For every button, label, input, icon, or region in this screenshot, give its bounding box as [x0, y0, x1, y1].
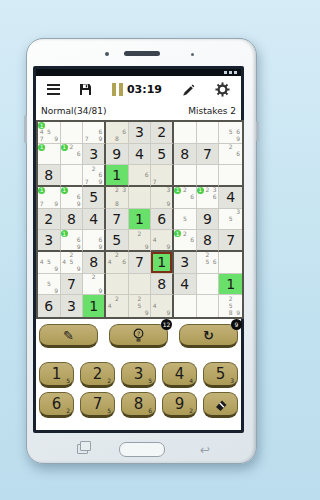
cell-digit: 1	[219, 274, 242, 295]
app-toolbar: 03:19	[36, 76, 241, 102]
bulb-icon: ?	[132, 328, 145, 343]
pencil-marks: 126	[174, 230, 196, 250]
cell-r5c8[interactable]: 9	[197, 209, 220, 231]
cell-r8c8[interactable]	[197, 274, 220, 296]
key-digit: 2	[93, 365, 103, 383]
key-digit: 1	[52, 365, 62, 383]
pencil-marks: 238	[106, 187, 128, 208]
pencil-marks: 2679	[83, 165, 104, 185]
android-status-bar	[36, 69, 241, 76]
pencil-marks: 2459	[61, 252, 83, 273]
cell-r5c7[interactable]: 5	[174, 209, 197, 231]
volume-button	[24, 115, 27, 143]
time-text: 03:19	[127, 83, 162, 96]
cell-r5c1[interactable]: 2	[38, 209, 61, 231]
cell-r5c5[interactable]: 1	[129, 209, 152, 231]
undo-button[interactable]: ↺ 9	[179, 324, 238, 348]
sudoku-grid: 1457967968325691126394587268267916717916…	[36, 120, 244, 319]
pencil-marks: 256	[197, 252, 219, 273]
svg-text:?: ?	[137, 329, 140, 336]
cell-r1c6[interactable]: 2	[151, 122, 174, 144]
cell-r7c3[interactable]: 8	[83, 252, 106, 274]
cell-r6c6[interactable]: 49	[151, 230, 174, 252]
key-placed-count: 2	[107, 377, 111, 384]
numpad-key-7[interactable]: 75	[80, 392, 115, 418]
cell-r4c4[interactable]: 238	[106, 187, 129, 209]
pencil-marks: 169	[61, 187, 83, 208]
cell-r4c9[interactable]: 4	[219, 187, 242, 209]
numpad-key-4[interactable]: 44	[162, 362, 197, 388]
cell-r4c1[interactable]: 179	[38, 187, 61, 209]
cell-digit: 8	[83, 252, 104, 273]
cell-digit: 7	[106, 209, 128, 230]
cell-r9c3[interactable]: 1	[83, 295, 106, 317]
cell-r7c4[interactable]: 246	[106, 252, 129, 274]
cell-digit: 8	[61, 209, 83, 230]
pencil-marks: 126	[174, 187, 196, 208]
cell-digit: 7	[61, 274, 83, 295]
cell-r4c6[interactable]: 39	[151, 187, 174, 209]
cell-digit: 1	[106, 165, 128, 185]
game-status-bar: Normal(34/81) Mistakes 2	[36, 102, 241, 119]
pencil-marks: 29	[129, 230, 151, 250]
recents-nav-icon[interactable]	[77, 444, 88, 454]
home-button[interactable]	[119, 442, 165, 457]
back-nav-icon[interactable]: ↩	[200, 443, 210, 457]
cell-digit: 2	[151, 122, 172, 143]
cell-r7c7[interactable]: 3	[174, 252, 197, 274]
key-digit: 3	[134, 365, 144, 383]
cell-r4c5[interactable]	[129, 187, 152, 209]
cell-r9c1[interactable]: 6	[38, 295, 61, 317]
cell-r7c9[interactable]	[219, 252, 242, 274]
cell-r9c2[interactable]: 3	[61, 295, 84, 317]
cell-digit: 1	[83, 295, 104, 317]
cell-r7c2[interactable]: 2459	[61, 252, 84, 274]
cell-r2c8[interactable]: 7	[197, 144, 220, 166]
key-digit: 6	[52, 395, 62, 413]
cell-r6c7[interactable]: 126	[174, 230, 197, 252]
cell-r4c2[interactable]: 169	[61, 187, 84, 209]
difficulty-progress: Normal(34/81)	[41, 106, 107, 116]
cell-r7c5[interactable]: 7	[129, 252, 152, 274]
cell-r1c9[interactable]: 569	[219, 122, 242, 144]
cell-r6c2[interactable]: 169	[61, 230, 84, 252]
pencil-marks: 24	[106, 295, 128, 317]
pen-icon[interactable]	[181, 82, 195, 96]
numpad-key-1[interactable]: 15	[39, 362, 74, 388]
cell-r2c5[interactable]: 4	[129, 144, 152, 166]
cell-r3c3[interactable]: 2679	[83, 165, 106, 187]
pencil-marks: 6	[129, 165, 151, 185]
numpad-key-9[interactable]: 92	[162, 392, 197, 418]
pencil-icon: ✎	[63, 328, 74, 343]
cell-r6c3[interactable]: 69	[83, 230, 106, 252]
tool-buttons: ✎ ? 12 ↺ 9	[39, 324, 238, 348]
cell-r2c3[interactable]: 3	[83, 144, 106, 166]
cell-digit: 1	[129, 209, 151, 230]
cell-r8c5[interactable]	[129, 274, 152, 296]
eraser-icon	[214, 398, 228, 411]
cell-digit: 4	[129, 144, 151, 165]
pencil-marks: 1	[38, 144, 60, 165]
cell-digit: 4	[219, 187, 242, 208]
cell-r9c6[interactable]: 49	[151, 295, 174, 317]
numpad-key-5[interactable]: 53	[203, 362, 238, 388]
cell-r5c4[interactable]: 7	[106, 209, 129, 231]
key-placed-count: 3	[230, 377, 234, 384]
cell-r1c7[interactable]	[174, 122, 197, 144]
cell-digit: 5	[151, 144, 172, 165]
cell-r8c1[interactable]: 59	[38, 274, 61, 296]
cell-digit: 4	[174, 274, 196, 295]
key-digit: 4	[175, 365, 185, 383]
cell-r1c8[interactable]	[197, 122, 220, 144]
eraser-key[interactable]	[203, 392, 238, 418]
cell-r3c7[interactable]	[174, 165, 197, 187]
cell-digit: 3	[174, 252, 196, 273]
cell-digit: 3	[61, 295, 83, 317]
key-digit: 9	[175, 395, 185, 413]
cell-digit: 7	[219, 230, 242, 250]
proximity-sensor	[191, 53, 194, 56]
menu-icon[interactable]	[47, 84, 60, 95]
pencil-marks: 69	[83, 230, 104, 250]
pencil-marks: 246	[106, 252, 128, 273]
cell-r6c5[interactable]: 29	[129, 230, 152, 252]
cell-r9c5[interactable]: 259	[129, 295, 152, 317]
timer[interactable]: 03:19	[112, 83, 162, 96]
numpad-row-1: 1522354453	[39, 362, 238, 388]
save-icon[interactable]	[79, 83, 92, 96]
key-placed-count: 5	[66, 377, 70, 384]
cell-r8c2[interactable]: 7	[61, 274, 84, 296]
cell-r2c4[interactable]: 9	[106, 144, 129, 166]
pencil-marks: 126	[61, 144, 83, 165]
pencil-marks: 259	[129, 295, 151, 317]
pencil-mode-button[interactable]: ✎	[39, 324, 98, 348]
cell-r9c9[interactable]: 2589	[219, 295, 242, 317]
pencil-marks: 7	[151, 165, 172, 185]
numpad-key-6[interactable]: 62	[39, 392, 74, 418]
cell-digit: 3	[38, 230, 60, 250]
cell-r7c8[interactable]: 256	[197, 252, 220, 274]
cell-r5c9[interactable]: 35	[219, 209, 242, 231]
cell-r1c2[interactable]	[61, 122, 84, 144]
pencil-marks: 5	[174, 209, 196, 230]
cell-r1c4[interactable]: 68	[106, 122, 129, 144]
undo-arrow-icon: ↺	[203, 328, 214, 343]
cell-r8c4[interactable]	[106, 274, 129, 296]
pencil-marks: 39	[151, 187, 172, 208]
cell-digit: 8	[174, 144, 196, 165]
power-button	[256, 121, 259, 141]
cell-r3c9[interactable]	[219, 165, 242, 187]
cell-r9c4[interactable]: 24	[106, 295, 129, 317]
cell-r6c9[interactable]: 7	[219, 230, 242, 252]
cell-digit: 9	[197, 209, 219, 230]
numpad-row-2: 62758692	[39, 392, 238, 418]
pencil-marks: 459	[38, 252, 60, 273]
key-placed-count: 5	[148, 377, 152, 384]
front-camera	[105, 52, 109, 56]
cell-r2c1[interactable]: 1	[38, 144, 61, 166]
hint-button[interactable]: ? 12	[109, 324, 168, 348]
cell-r2c6[interactable]: 5	[151, 144, 174, 166]
cell-r3c4[interactable]: 1	[106, 165, 129, 187]
cell-r9c8[interactable]	[197, 295, 220, 317]
key-digit: 5	[216, 365, 226, 383]
cell-r4c8[interactable]: 1236	[197, 187, 220, 209]
cell-digit: 6	[151, 209, 172, 230]
cell-r3c5[interactable]: 6	[129, 165, 152, 187]
key-placed-count: 6	[148, 407, 152, 414]
cell-r5c3[interactable]: 4	[83, 209, 106, 231]
cell-digit: 5	[106, 230, 128, 250]
pencil-marks: 679	[83, 122, 104, 143]
key-digit: 7	[93, 395, 103, 413]
app-screen: 03:19	[33, 66, 244, 433]
cell-r3c2[interactable]	[61, 165, 84, 187]
cell-r6c1[interactable]: 3	[38, 230, 61, 252]
cell-r2c2[interactable]: 126	[61, 144, 84, 166]
pencil-marks: 29	[83, 274, 104, 295]
cell-digit: 8	[151, 274, 172, 295]
pencil-marks: 169	[61, 230, 83, 250]
cell-r7c1[interactable]: 459	[38, 252, 61, 274]
key-digit: 8	[134, 395, 144, 413]
pencil-marks: 26	[219, 144, 242, 165]
cell-r4c7[interactable]: 126	[174, 187, 197, 209]
pencil-marks: 569	[219, 122, 242, 143]
cell-digit: 7	[129, 252, 151, 273]
phone-frame: 03:19	[26, 38, 257, 464]
pencil-marks: 2589	[219, 295, 242, 317]
hint-count-badge: 12	[161, 319, 172, 330]
key-placed-count: 4	[189, 377, 193, 384]
pencil-marks: 1236	[197, 187, 219, 208]
cell-r7c6[interactable]: 1	[151, 252, 174, 274]
numpad-key-3[interactable]: 35	[121, 362, 156, 388]
numpad-key-8[interactable]: 86	[121, 392, 156, 418]
cell-digit: 3	[83, 144, 104, 165]
cell-r2c9[interactable]: 26	[219, 144, 242, 166]
pencil-marks: 49	[151, 230, 172, 250]
pencil-marks: 49	[151, 295, 172, 317]
pause-icon[interactable]	[112, 83, 123, 96]
cell-r9c7[interactable]	[174, 295, 197, 317]
cell-r3c1[interactable]: 8	[38, 165, 61, 187]
cell-r8c3[interactable]: 29	[83, 274, 106, 296]
speaker-grille	[124, 51, 160, 56]
cell-digit: 7	[197, 144, 219, 165]
cell-digit: 2	[38, 209, 60, 230]
cell-r6c4[interactable]: 5	[106, 230, 129, 252]
mistakes-counter: Mistakes 2	[188, 106, 236, 116]
cell-r5c2[interactable]: 8	[61, 209, 84, 231]
cell-r3c8[interactable]	[197, 165, 220, 187]
cell-digit: 4	[83, 209, 104, 230]
cell-digit: 8	[38, 165, 60, 185]
pencil-marks: 179	[38, 187, 60, 208]
cell-r8c9[interactable]: 1	[219, 274, 242, 296]
key-placed-count: 5	[107, 407, 111, 414]
pencil-marks: 59	[38, 274, 60, 295]
key-placed-count: 2	[189, 407, 193, 414]
cell-r1c3[interactable]: 679	[83, 122, 106, 144]
cell-digit: 9	[106, 144, 128, 165]
cell-digit: 1	[151, 252, 172, 273]
pencil-marks: 68	[106, 122, 128, 143]
cell-r8c6[interactable]: 8	[151, 274, 174, 296]
cell-digit: 8	[197, 230, 219, 250]
settings-gear-icon[interactable]	[215, 82, 230, 97]
cell-r1c1[interactable]: 14579	[38, 122, 61, 144]
pencil-marks: 35	[219, 209, 242, 230]
cell-r6c8[interactable]: 8	[197, 230, 220, 252]
pencil-marks: 14579	[38, 122, 60, 143]
cell-r2c7[interactable]: 8	[174, 144, 197, 166]
cell-r3c6[interactable]: 7	[151, 165, 174, 187]
cell-r5c6[interactable]: 6	[151, 209, 174, 231]
key-placed-count: 2	[66, 407, 70, 414]
cell-digit: 6	[38, 295, 60, 317]
numpad-key-2[interactable]: 22	[80, 362, 115, 388]
cell-r1c5[interactable]: 3	[129, 122, 152, 144]
cell-digit: 3	[129, 122, 151, 143]
cell-r4c3[interactable]: 5	[83, 187, 106, 209]
cell-digit: 5	[83, 187, 104, 208]
undo-count-badge: 9	[231, 319, 242, 330]
cell-r8c7[interactable]: 4	[174, 274, 197, 296]
